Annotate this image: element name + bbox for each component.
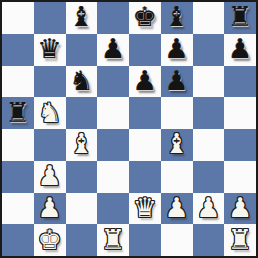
square-h8[interactable]: ♜	[224, 2, 256, 34]
square-e5[interactable]	[129, 97, 161, 129]
black-pawn[interactable]: ♟	[228, 35, 252, 62]
square-d5[interactable]	[97, 97, 129, 129]
white-pawn[interactable]: ♟	[38, 162, 62, 189]
square-g4[interactable]	[193, 129, 225, 161]
white-pawn[interactable]: ♟	[196, 194, 220, 221]
square-c3[interactable]	[66, 161, 98, 193]
white-bishop[interactable]: ♝	[165, 130, 189, 157]
black-bishop[interactable]: ♝	[69, 3, 93, 30]
square-c7[interactable]	[66, 34, 98, 66]
square-h2[interactable]: ♟	[224, 193, 256, 225]
square-e8[interactable]: ♚	[129, 2, 161, 34]
square-g2[interactable]: ♟	[193, 193, 225, 225]
square-d8[interactable]	[97, 2, 129, 34]
square-f1[interactable]	[161, 224, 193, 256]
square-b7[interactable]: ♛	[34, 34, 66, 66]
square-h6[interactable]	[224, 66, 256, 98]
square-h1[interactable]: ♜	[224, 224, 256, 256]
square-e2[interactable]: ♛	[129, 193, 161, 225]
square-h5[interactable]	[224, 97, 256, 129]
chess-board-grid: ♝♚♝♜♛♟♟♟♞♟♟♜♞♝♝♟♟♛♟♟♟♚♜♜	[2, 2, 256, 256]
black-pawn[interactable]: ♟	[133, 67, 157, 94]
square-e6[interactable]: ♟	[129, 66, 161, 98]
square-d3[interactable]	[97, 161, 129, 193]
square-d1[interactable]: ♜	[97, 224, 129, 256]
square-g3[interactable]	[193, 161, 225, 193]
square-c5[interactable]	[66, 97, 98, 129]
black-knight[interactable]: ♞	[69, 67, 93, 94]
square-f2[interactable]: ♟	[161, 193, 193, 225]
square-c8[interactable]: ♝	[66, 2, 98, 34]
square-f7[interactable]: ♟	[161, 34, 193, 66]
square-g7[interactable]	[193, 34, 225, 66]
square-f8[interactable]: ♝	[161, 2, 193, 34]
square-g1[interactable]	[193, 224, 225, 256]
black-bishop[interactable]: ♝	[165, 3, 189, 30]
white-pawn[interactable]: ♟	[165, 194, 189, 221]
square-b6[interactable]	[34, 66, 66, 98]
square-a7[interactable]	[2, 34, 34, 66]
black-pawn[interactable]: ♟	[165, 35, 189, 62]
square-a4[interactable]	[2, 129, 34, 161]
square-b8[interactable]	[34, 2, 66, 34]
white-knight[interactable]: ♞	[38, 99, 62, 126]
square-g8[interactable]	[193, 2, 225, 34]
square-f6[interactable]: ♟	[161, 66, 193, 98]
square-d4[interactable]	[97, 129, 129, 161]
square-e3[interactable]	[129, 161, 161, 193]
white-bishop[interactable]: ♝	[69, 130, 93, 157]
square-b2[interactable]: ♟	[34, 193, 66, 225]
square-g6[interactable]	[193, 66, 225, 98]
square-a6[interactable]	[2, 66, 34, 98]
white-pawn[interactable]: ♟	[38, 194, 62, 221]
square-b3[interactable]: ♟	[34, 161, 66, 193]
square-c1[interactable]	[66, 224, 98, 256]
square-a2[interactable]	[2, 193, 34, 225]
square-d6[interactable]	[97, 66, 129, 98]
square-a1[interactable]	[2, 224, 34, 256]
black-king[interactable]: ♚	[133, 3, 157, 30]
black-pawn[interactable]: ♟	[101, 35, 125, 62]
square-h7[interactable]: ♟	[224, 34, 256, 66]
square-g5[interactable]	[193, 97, 225, 129]
square-e1[interactable]	[129, 224, 161, 256]
square-b4[interactable]	[34, 129, 66, 161]
white-pawn[interactable]: ♟	[228, 194, 252, 221]
black-pawn[interactable]: ♟	[165, 67, 189, 94]
square-d7[interactable]: ♟	[97, 34, 129, 66]
square-a5[interactable]: ♜	[2, 97, 34, 129]
chess-board: ♝♚♝♜♛♟♟♟♞♟♟♜♞♝♝♟♟♛♟♟♟♚♜♜	[0, 0, 258, 258]
white-rook[interactable]: ♜	[101, 226, 125, 253]
square-b1[interactable]: ♚	[34, 224, 66, 256]
square-f5[interactable]	[161, 97, 193, 129]
square-c6[interactable]: ♞	[66, 66, 98, 98]
square-e4[interactable]	[129, 129, 161, 161]
square-h4[interactable]	[224, 129, 256, 161]
white-rook[interactable]: ♜	[228, 226, 252, 253]
square-e7[interactable]	[129, 34, 161, 66]
black-rook[interactable]: ♜	[228, 3, 252, 30]
white-king[interactable]: ♚	[38, 226, 62, 253]
square-c4[interactable]: ♝	[66, 129, 98, 161]
square-f4[interactable]: ♝	[161, 129, 193, 161]
square-b5[interactable]: ♞	[34, 97, 66, 129]
square-a3[interactable]	[2, 161, 34, 193]
square-f3[interactable]	[161, 161, 193, 193]
square-d2[interactable]	[97, 193, 129, 225]
black-rook[interactable]: ♜	[6, 99, 30, 126]
square-a8[interactable]	[2, 2, 34, 34]
black-queen[interactable]: ♛	[38, 35, 62, 62]
square-h3[interactable]	[224, 161, 256, 193]
white-queen[interactable]: ♛	[133, 194, 157, 221]
square-c2[interactable]	[66, 193, 98, 225]
